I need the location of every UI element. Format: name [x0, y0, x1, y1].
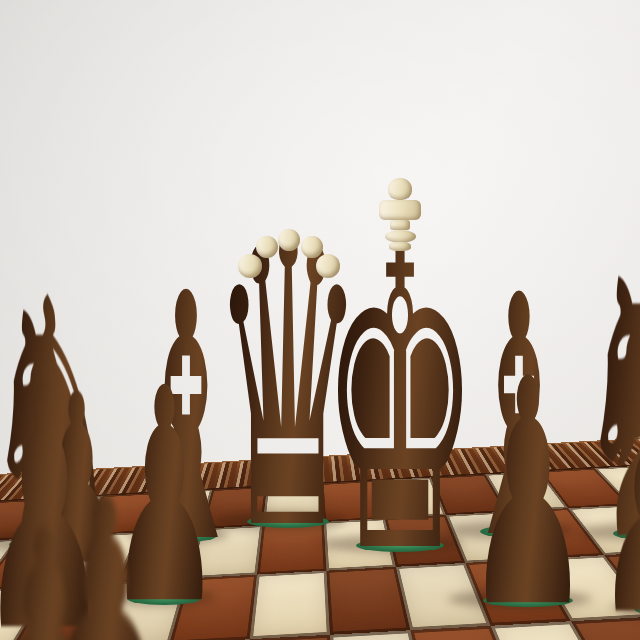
queen-crown-ball	[278, 229, 300, 251]
king-finial-segment	[390, 220, 410, 230]
king-finial-segment	[389, 242, 411, 251]
queen-crown-ball	[316, 254, 340, 278]
chess-photo-scene: ♛♝♞♝♞♚♟♟♟♟♟♟♟	[0, 0, 640, 640]
queen-crown-ball	[238, 254, 262, 278]
piece-pawn-foreground-corner: ♟	[0, 496, 112, 640]
pieces-layer: ♛♝♞♝♞♚♟♟♟♟♟♟♟	[0, 0, 640, 640]
piece-pawn-right-corner: ♟	[588, 375, 640, 640]
queen-crown-ball	[256, 236, 278, 258]
king-finial-segment	[379, 200, 421, 220]
king-finial-segment	[385, 230, 416, 243]
king-finial-segment	[388, 178, 412, 200]
piece-pawn-right-front: ♟	[458, 338, 598, 640]
queen-crown-ball	[301, 236, 323, 258]
